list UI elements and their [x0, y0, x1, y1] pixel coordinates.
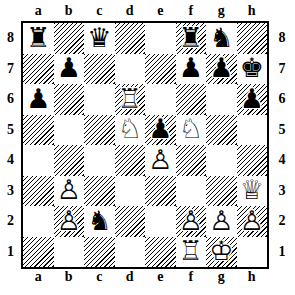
- white-pawn-outline: ♙: [54, 206, 85, 237]
- square-d5: ♞♘: [115, 115, 146, 146]
- file-label-b: b: [54, 269, 85, 285]
- square-f6: [176, 84, 207, 115]
- square-f2: ♟♙: [176, 206, 207, 237]
- file-label-d: d: [115, 3, 146, 19]
- square-f8: ♜: [176, 23, 207, 54]
- black-queen-glyph: ♛: [84, 23, 115, 54]
- square-c4: [84, 145, 115, 176]
- white-pawn-outline: ♙: [237, 206, 268, 237]
- square-b1: [54, 237, 85, 268]
- black-rook-glyph: ♜: [23, 23, 54, 54]
- white-queen: ♛♕: [237, 176, 268, 207]
- black-knight-glyph: ♞: [84, 206, 115, 237]
- square-e6: [145, 84, 176, 115]
- white-pawn: ♟♙: [145, 145, 176, 176]
- square-b8: [54, 23, 85, 54]
- square-b5: [54, 115, 85, 146]
- square-h6: ♟: [237, 84, 268, 115]
- square-h3: ♛♕: [237, 176, 268, 207]
- black-knight: ♞: [206, 23, 237, 54]
- rank-label-8: 8: [279, 30, 286, 46]
- white-pawn: ♟♙: [206, 206, 237, 237]
- file-label-b: b: [54, 3, 85, 19]
- rank-label-7: 7: [7, 61, 14, 77]
- square-d1: [115, 237, 146, 268]
- black-pawn-glyph: ♟: [54, 54, 85, 85]
- square-d7: [115, 54, 146, 85]
- black-pawn-glyph: ♟: [237, 84, 268, 115]
- white-knight-outline: ♘: [176, 115, 207, 146]
- black-pawn-glyph: ♟: [23, 84, 54, 115]
- white-king: ♚♔: [206, 237, 237, 268]
- rank-label-2: 2: [7, 213, 14, 229]
- black-rook-glyph: ♜: [176, 23, 207, 54]
- white-knight: ♞♘: [176, 115, 207, 146]
- white-rook: ♜♖: [176, 237, 207, 268]
- square-g5: [206, 115, 237, 146]
- square-f3: [176, 176, 207, 207]
- file-label-e: e: [145, 269, 176, 285]
- rank-labels-right: 87654321: [269, 21, 295, 269]
- file-label-h: h: [237, 269, 268, 285]
- rank-label-6: 6: [279, 91, 286, 107]
- black-pawn: ♟: [206, 54, 237, 85]
- square-a1: [23, 237, 54, 268]
- file-label-f: f: [176, 269, 207, 285]
- black-king: ♚: [237, 54, 268, 85]
- square-g3: [206, 176, 237, 207]
- square-c6: [84, 84, 115, 115]
- white-pawn-outline: ♙: [176, 206, 207, 237]
- chess-board: ♜♛♜♞♟♟♟♚♟♜♖♟♞♘♟♞♘♟♙♟♙♛♕♟♙♞♟♙♟♙♟♙♜♖♚♔: [21, 21, 269, 269]
- square-d2: [115, 206, 146, 237]
- square-h5: [237, 115, 268, 146]
- rank-label-8: 8: [7, 30, 14, 46]
- square-h8: [237, 23, 268, 54]
- white-pawn-outline: ♙: [54, 176, 85, 207]
- black-pawn: ♟: [176, 54, 207, 85]
- black-pawn: ♟: [54, 54, 85, 85]
- square-e2: [145, 206, 176, 237]
- white-pawn: ♟♙: [176, 206, 207, 237]
- square-e8: [145, 23, 176, 54]
- black-knight: ♞: [84, 206, 115, 237]
- square-h4: [237, 145, 268, 176]
- rank-label-4: 4: [7, 152, 14, 168]
- square-a3: [23, 176, 54, 207]
- square-b4: [54, 145, 85, 176]
- rank-label-6: 6: [7, 91, 14, 107]
- white-pawn: ♟♙: [54, 206, 85, 237]
- square-d3: [115, 176, 146, 207]
- white-knight-outline: ♘: [115, 115, 146, 146]
- file-label-h: h: [237, 3, 268, 19]
- black-pawn-glyph: ♟: [206, 54, 237, 85]
- square-c8: ♛: [84, 23, 115, 54]
- file-label-e: e: [145, 3, 176, 19]
- black-knight-glyph: ♞: [206, 23, 237, 54]
- white-rook-outline: ♖: [176, 237, 207, 268]
- rank-label-1: 1: [7, 244, 14, 260]
- square-c7: [84, 54, 115, 85]
- square-g7: ♟: [206, 54, 237, 85]
- square-d6: ♜♖: [115, 84, 146, 115]
- black-rook: ♜: [176, 23, 207, 54]
- square-g4: [206, 145, 237, 176]
- square-h2: ♟♙: [237, 206, 268, 237]
- square-e3: [145, 176, 176, 207]
- file-label-c: c: [84, 3, 115, 19]
- black-pawn-glyph: ♟: [145, 115, 176, 146]
- white-pawn-outline: ♙: [206, 206, 237, 237]
- square-a8: ♜: [23, 23, 54, 54]
- square-b3: ♟♙: [54, 176, 85, 207]
- white-pawn-outline: ♙: [145, 145, 176, 176]
- square-f1: ♜♖: [176, 237, 207, 268]
- square-g8: ♞: [206, 23, 237, 54]
- square-a2: [23, 206, 54, 237]
- white-pawn: ♟♙: [237, 206, 268, 237]
- black-pawn: ♟: [237, 84, 268, 115]
- white-queen-outline: ♕: [237, 176, 268, 207]
- white-rook: ♜♖: [115, 84, 146, 115]
- white-knight: ♞♘: [115, 115, 146, 146]
- black-pawn-glyph: ♟: [176, 54, 207, 85]
- square-g1: ♚♔: [206, 237, 237, 268]
- square-b2: ♟♙: [54, 206, 85, 237]
- file-label-g: g: [206, 269, 237, 285]
- file-labels-bottom: abcdefgh: [21, 269, 269, 285]
- file-label-a: a: [23, 269, 54, 285]
- rank-label-4: 4: [279, 152, 286, 168]
- black-queen: ♛: [84, 23, 115, 54]
- square-e7: [145, 54, 176, 85]
- square-c3: [84, 176, 115, 207]
- square-a5: [23, 115, 54, 146]
- square-a7: [23, 54, 54, 85]
- black-pawn: ♟: [23, 84, 54, 115]
- square-g2: ♟♙: [206, 206, 237, 237]
- square-f7: ♟: [176, 54, 207, 85]
- square-e5: ♟: [145, 115, 176, 146]
- file-labels-top: abcdefgh: [21, 0, 269, 21]
- square-f5: ♞♘: [176, 115, 207, 146]
- rank-labels-left: 87654321: [0, 21, 21, 269]
- file-label-c: c: [84, 269, 115, 285]
- rank-label-3: 3: [279, 183, 286, 199]
- rank-label-2: 2: [279, 213, 286, 229]
- rank-label-7: 7: [279, 61, 286, 77]
- file-label-a: a: [23, 3, 54, 19]
- square-e1: [145, 237, 176, 268]
- rank-label-3: 3: [7, 183, 14, 199]
- square-f4: [176, 145, 207, 176]
- white-pawn: ♟♙: [54, 176, 85, 207]
- square-h1: [237, 237, 268, 268]
- black-rook: ♜: [23, 23, 54, 54]
- file-label-g: g: [206, 3, 237, 19]
- square-c5: [84, 115, 115, 146]
- square-h7: ♚: [237, 54, 268, 85]
- file-label-d: d: [115, 269, 146, 285]
- white-king-outline: ♔: [206, 237, 237, 268]
- square-b7: ♟: [54, 54, 85, 85]
- black-pawn: ♟: [145, 115, 176, 146]
- square-c2: ♞: [84, 206, 115, 237]
- square-b6: [54, 84, 85, 115]
- square-d8: [115, 23, 146, 54]
- rank-label-5: 5: [7, 122, 14, 138]
- chess-diagram: abcdefgh 87654321 ♜♛♜♞♟♟♟♚♟♜♖♟♞♘♟♞♘♟♙♟♙♛…: [0, 0, 295, 295]
- rank-label-5: 5: [279, 122, 286, 138]
- square-a6: ♟: [23, 84, 54, 115]
- file-label-f: f: [176, 3, 207, 19]
- square-d4: [115, 145, 146, 176]
- square-e4: ♟♙: [145, 145, 176, 176]
- square-g6: [206, 84, 237, 115]
- square-a4: [23, 145, 54, 176]
- black-king-glyph: ♚: [237, 54, 268, 85]
- rank-label-1: 1: [279, 244, 286, 260]
- white-rook-outline: ♖: [115, 84, 146, 115]
- square-c1: [84, 237, 115, 268]
